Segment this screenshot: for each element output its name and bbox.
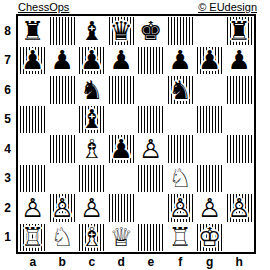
file-label-d: d — [107, 255, 137, 269]
black-pawn-a7[interactable]: ♟ — [21, 47, 44, 73]
rank-label-6: 6 — [0, 75, 15, 105]
square-d3[interactable] — [107, 164, 137, 194]
square-c1[interactable]: ♗ — [77, 223, 107, 253]
square-h3[interactable] — [225, 164, 255, 194]
white-pawn-h2[interactable]: ♙ — [228, 195, 251, 221]
square-e5[interactable] — [136, 105, 166, 135]
square-d1[interactable]: ♕ — [107, 223, 137, 253]
square-e2[interactable] — [136, 193, 166, 223]
square-a5[interactable] — [18, 105, 48, 135]
white-rook-a1[interactable]: ♖ — [21, 224, 44, 250]
black-rook-h8[interactable]: ♜ — [228, 18, 251, 44]
white-rook-f1[interactable]: ♖ — [169, 224, 192, 250]
square-f5[interactable] — [166, 105, 196, 135]
black-pawn-h7[interactable]: ♟ — [228, 47, 251, 73]
file-label-e: e — [136, 255, 166, 269]
square-a8[interactable]: ♜ — [18, 16, 48, 46]
square-f8[interactable] — [166, 16, 196, 46]
rank-label-3: 3 — [0, 164, 15, 194]
square-f6[interactable]: ♞ — [166, 75, 196, 105]
black-queen-d8[interactable]: ♛ — [110, 18, 133, 44]
square-f2[interactable]: ♙ — [166, 193, 196, 223]
square-c7[interactable]: ♟ — [77, 46, 107, 76]
square-a6[interactable] — [18, 75, 48, 105]
square-g7[interactable]: ♟ — [195, 46, 225, 76]
square-g6[interactable] — [195, 75, 225, 105]
square-d7[interactable]: ♟ — [107, 46, 137, 76]
square-h1[interactable] — [225, 223, 255, 253]
square-h5[interactable] — [225, 105, 255, 135]
rank-label-1: 1 — [0, 223, 15, 253]
square-g2[interactable]: ♙ — [195, 193, 225, 223]
credit-link[interactable]: © EUdesign — [198, 1, 257, 14]
white-bishop-c1[interactable]: ♗ — [80, 224, 103, 250]
square-b8[interactable] — [48, 16, 78, 46]
square-e7[interactable] — [136, 46, 166, 76]
square-d4[interactable]: ♟ — [107, 134, 137, 164]
square-g5[interactable] — [195, 105, 225, 135]
black-bishop-c5[interactable]: ♝ — [80, 106, 103, 132]
file-labels: abcdefgh — [18, 255, 254, 269]
square-c5[interactable]: ♝ — [77, 105, 107, 135]
file-label-f: f — [166, 255, 196, 269]
rank-label-8: 8 — [0, 16, 15, 46]
square-e6[interactable] — [136, 75, 166, 105]
white-knight-f3[interactable]: ♘ — [169, 165, 192, 191]
square-h8[interactable]: ♜ — [225, 16, 255, 46]
file-label-h: h — [225, 255, 255, 269]
black-pawn-b7[interactable]: ♟ — [51, 47, 74, 73]
square-h4[interactable] — [225, 134, 255, 164]
square-c6[interactable]: ♞ — [77, 75, 107, 105]
black-king-e8[interactable]: ♚ — [139, 18, 162, 44]
square-f3[interactable]: ♘ — [166, 164, 196, 194]
black-pawn-c7[interactable]: ♟ — [80, 47, 103, 73]
white-knight-b1[interactable]: ♘ — [51, 224, 74, 250]
square-e8[interactable]: ♚ — [136, 16, 166, 46]
rank-label-5: 5 — [0, 105, 15, 135]
square-a7[interactable]: ♟ — [18, 46, 48, 76]
square-b4[interactable] — [48, 134, 78, 164]
white-pawn-a2[interactable]: ♙ — [21, 195, 44, 221]
square-h2[interactable]: ♙ — [225, 193, 255, 223]
square-b6[interactable] — [48, 75, 78, 105]
square-b7[interactable]: ♟ — [48, 46, 78, 76]
chess-diagram-window: ChessOps © EUdesign 87654321 ♜♝♛♚♜♟♟♟♟♟♟… — [0, 0, 270, 270]
square-c2[interactable]: ♙ — [77, 193, 107, 223]
square-g4[interactable] — [195, 134, 225, 164]
file-label-b: b — [48, 255, 78, 269]
square-h7[interactable]: ♟ — [225, 46, 255, 76]
square-h6[interactable] — [225, 75, 255, 105]
square-c3[interactable] — [77, 164, 107, 194]
file-label-c: c — [77, 255, 107, 269]
white-bishop-c4[interactable]: ♗ — [80, 136, 103, 162]
file-label-a: a — [18, 255, 48, 269]
square-b3[interactable] — [48, 164, 78, 194]
square-g8[interactable] — [195, 16, 225, 46]
square-e1[interactable] — [136, 223, 166, 253]
white-pawn-e4[interactable]: ♙ — [139, 136, 162, 162]
black-pawn-f7[interactable]: ♟ — [169, 47, 192, 73]
app-title-link[interactable]: ChessOps — [18, 1, 69, 14]
black-knight-c6[interactable]: ♞ — [80, 77, 103, 103]
square-a4[interactable] — [18, 134, 48, 164]
square-f7[interactable]: ♟ — [166, 46, 196, 76]
square-c4[interactable]: ♗ — [77, 134, 107, 164]
square-a1[interactable]: ♖ — [18, 223, 48, 253]
square-d5[interactable] — [107, 105, 137, 135]
square-c8[interactable]: ♝ — [77, 16, 107, 46]
black-knight-f6[interactable]: ♞ — [169, 77, 192, 103]
rank-label-7: 7 — [0, 46, 15, 76]
white-pawn-f2[interactable]: ♙ — [169, 195, 192, 221]
square-a3[interactable] — [18, 164, 48, 194]
file-label-g: g — [195, 255, 225, 269]
black-rook-a8[interactable]: ♜ — [21, 18, 44, 44]
black-bishop-c8[interactable]: ♝ — [80, 18, 103, 44]
square-f1[interactable]: ♖ — [166, 223, 196, 253]
square-b1[interactable]: ♘ — [48, 223, 78, 253]
square-d6[interactable] — [107, 75, 137, 105]
square-a2[interactable]: ♙ — [18, 193, 48, 223]
square-e3[interactable] — [136, 164, 166, 194]
black-pawn-d4[interactable]: ♟ — [110, 136, 133, 162]
square-g3[interactable] — [195, 164, 225, 194]
square-d2[interactable] — [107, 193, 137, 223]
white-king-g1[interactable]: ♔ — [198, 224, 221, 250]
chess-board: ♜♝♛♚♜♟♟♟♟♟♟♟♞♞♝♗♟♙♘♙♙♙♙♙♙♖♘♗♕♖♔ — [16, 14, 256, 254]
white-pawn-g2[interactable]: ♙ — [198, 195, 221, 221]
rank-labels: 87654321 — [0, 16, 15, 252]
white-pawn-c2[interactable]: ♙ — [80, 195, 103, 221]
black-pawn-d7[interactable]: ♟ — [110, 47, 133, 73]
square-e4[interactable]: ♙ — [136, 134, 166, 164]
rank-label-2: 2 — [0, 193, 15, 223]
square-b2[interactable]: ♙ — [48, 193, 78, 223]
white-queen-d1[interactable]: ♕ — [110, 224, 133, 250]
square-g1[interactable]: ♔ — [195, 223, 225, 253]
black-pawn-g7[interactable]: ♟ — [198, 47, 221, 73]
square-d8[interactable]: ♛ — [107, 16, 137, 46]
square-f4[interactable] — [166, 134, 196, 164]
square-b5[interactable] — [48, 105, 78, 135]
rank-label-4: 4 — [0, 134, 15, 164]
white-pawn-b2[interactable]: ♙ — [51, 195, 74, 221]
